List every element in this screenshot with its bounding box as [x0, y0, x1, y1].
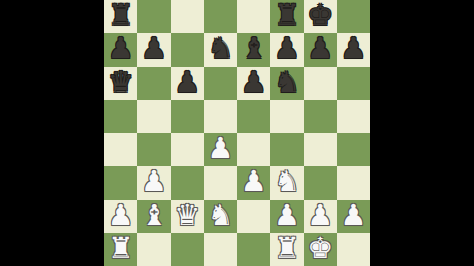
square-e2[interactable]	[237, 200, 270, 233]
piece-white-knight: ♞	[274, 167, 300, 196]
square-d1[interactable]	[204, 233, 237, 266]
square-d8[interactable]	[204, 0, 237, 33]
square-f8[interactable]: ♜	[270, 0, 303, 33]
square-h1[interactable]	[337, 233, 370, 266]
square-a1[interactable]: ♜	[104, 233, 137, 266]
square-h4[interactable]	[337, 133, 370, 166]
square-d7[interactable]: ♞	[204, 33, 237, 66]
piece-white-knight: ♞	[207, 201, 233, 230]
piece-black-bishop: ♝	[241, 34, 267, 63]
piece-black-knight: ♞	[207, 34, 233, 63]
square-f5[interactable]	[270, 100, 303, 133]
square-d4[interactable]: ♟	[204, 133, 237, 166]
square-b6[interactable]	[137, 67, 170, 100]
square-f7[interactable]: ♟	[270, 33, 303, 66]
square-c7[interactable]	[171, 33, 204, 66]
square-c5[interactable]	[171, 100, 204, 133]
square-a6[interactable]: ♛	[104, 67, 137, 100]
piece-white-pawn: ♟	[207, 134, 233, 163]
square-b7[interactable]: ♟	[137, 33, 170, 66]
square-c4[interactable]	[171, 133, 204, 166]
square-e5[interactable]	[237, 100, 270, 133]
video-frame: ♜♜♚♟♟♞♝♟♟♟♛♟♟♞♟♟♟♞♟♝♛♞♟♟♟♜♜♚	[0, 0, 474, 266]
piece-black-rook: ♜	[108, 1, 134, 30]
square-e6[interactable]: ♟	[237, 67, 270, 100]
piece-white-king: ♚	[307, 234, 333, 263]
piece-black-queen: ♛	[108, 68, 134, 97]
piece-black-king: ♚	[307, 1, 333, 30]
square-c1[interactable]	[171, 233, 204, 266]
square-d6[interactable]	[204, 67, 237, 100]
square-c3[interactable]	[171, 166, 204, 199]
square-b2[interactable]: ♝	[137, 200, 170, 233]
square-e3[interactable]: ♟	[237, 166, 270, 199]
piece-white-queen: ♛	[174, 201, 200, 230]
square-h5[interactable]	[337, 100, 370, 133]
piece-white-pawn: ♟	[141, 167, 167, 196]
square-g8[interactable]: ♚	[304, 0, 337, 33]
square-a7[interactable]: ♟	[104, 33, 137, 66]
piece-black-pawn: ♟	[241, 68, 267, 97]
piece-white-pawn: ♟	[241, 167, 267, 196]
piece-white-pawn: ♟	[274, 201, 300, 230]
square-f1[interactable]: ♜	[270, 233, 303, 266]
square-h6[interactable]	[337, 67, 370, 100]
square-g5[interactable]	[304, 100, 337, 133]
piece-black-pawn: ♟	[307, 34, 333, 63]
letterbox-right	[370, 0, 474, 266]
piece-black-knight: ♞	[274, 68, 300, 97]
square-h2[interactable]: ♟	[337, 200, 370, 233]
piece-white-rook: ♜	[108, 234, 134, 263]
piece-white-pawn: ♟	[108, 201, 134, 230]
letterbox-left	[0, 0, 104, 266]
square-e4[interactable]	[237, 133, 270, 166]
piece-white-pawn: ♟	[307, 201, 333, 230]
square-a5[interactable]	[104, 100, 137, 133]
piece-white-pawn: ♟	[340, 201, 366, 230]
square-g2[interactable]: ♟	[304, 200, 337, 233]
square-b3[interactable]: ♟	[137, 166, 170, 199]
square-c6[interactable]: ♟	[171, 67, 204, 100]
piece-white-bishop: ♝	[141, 201, 167, 230]
square-c8[interactable]	[171, 0, 204, 33]
piece-white-rook: ♜	[274, 234, 300, 263]
square-e7[interactable]: ♝	[237, 33, 270, 66]
piece-black-pawn: ♟	[141, 34, 167, 63]
square-a8[interactable]: ♜	[104, 0, 137, 33]
square-a4[interactable]	[104, 133, 137, 166]
square-h8[interactable]	[337, 0, 370, 33]
square-h3[interactable]	[337, 166, 370, 199]
square-h7[interactable]: ♟	[337, 33, 370, 66]
square-a2[interactable]: ♟	[104, 200, 137, 233]
square-f6[interactable]: ♞	[270, 67, 303, 100]
piece-black-rook: ♜	[274, 1, 300, 30]
square-f2[interactable]: ♟	[270, 200, 303, 233]
square-d2[interactable]: ♞	[204, 200, 237, 233]
square-g4[interactable]	[304, 133, 337, 166]
square-c2[interactable]: ♛	[171, 200, 204, 233]
square-g7[interactable]: ♟	[304, 33, 337, 66]
square-e8[interactable]	[237, 0, 270, 33]
square-g6[interactable]	[304, 67, 337, 100]
square-f4[interactable]	[270, 133, 303, 166]
piece-black-pawn: ♟	[174, 68, 200, 97]
square-b4[interactable]	[137, 133, 170, 166]
square-d3[interactable]	[204, 166, 237, 199]
square-b8[interactable]	[137, 0, 170, 33]
square-d5[interactable]	[204, 100, 237, 133]
square-g3[interactable]	[304, 166, 337, 199]
piece-black-pawn: ♟	[274, 34, 300, 63]
piece-black-pawn: ♟	[340, 34, 366, 63]
square-g1[interactable]: ♚	[304, 233, 337, 266]
square-e1[interactable]	[237, 233, 270, 266]
square-b1[interactable]	[137, 233, 170, 266]
piece-black-pawn: ♟	[108, 34, 134, 63]
square-f3[interactable]: ♞	[270, 166, 303, 199]
square-a3[interactable]	[104, 166, 137, 199]
square-b5[interactable]	[137, 100, 170, 133]
chess-board: ♜♜♚♟♟♞♝♟♟♟♛♟♟♞♟♟♟♞♟♝♛♞♟♟♟♜♜♚	[104, 0, 370, 266]
